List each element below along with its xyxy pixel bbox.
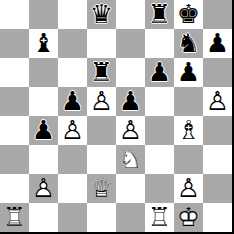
- square-h6[interactable]: [203, 58, 232, 87]
- black-pawn: ♟: [203, 29, 232, 58]
- square-h3[interactable]: [203, 145, 232, 174]
- black-rook: ♜: [145, 0, 174, 29]
- white-rook-outline: ♖: [0, 203, 29, 232]
- black-knight: ♞: [174, 29, 203, 58]
- square-e2[interactable]: [116, 174, 145, 203]
- square-f6[interactable]: ♟: [145, 58, 174, 87]
- white-pawn: ♟♙: [203, 87, 232, 116]
- square-b8[interactable]: [29, 0, 58, 29]
- square-g2[interactable]: ♟♙: [174, 174, 203, 203]
- square-g7[interactable]: ♞: [174, 29, 203, 58]
- square-a3[interactable]: [0, 145, 29, 174]
- square-h4[interactable]: [203, 116, 232, 145]
- square-e5[interactable]: ♟: [116, 87, 145, 116]
- square-g4[interactable]: ♝♗: [174, 116, 203, 145]
- white-pawn-outline: ♙: [203, 87, 232, 116]
- square-a4[interactable]: [0, 116, 29, 145]
- square-d5[interactable]: ♟♙: [87, 87, 116, 116]
- white-king: ♚♔: [174, 203, 203, 232]
- white-rook: ♜♖: [145, 203, 174, 232]
- white-rook-fill: ♜: [145, 203, 174, 232]
- white-bishop: ♝♗: [174, 116, 203, 145]
- square-f2[interactable]: [145, 174, 174, 203]
- white-queen-fill: ♛: [87, 174, 116, 203]
- white-bishop-fill: ♝: [174, 116, 203, 145]
- black-pawn: ♟: [174, 58, 203, 87]
- black-rook: ♜: [87, 58, 116, 87]
- square-d7[interactable]: [87, 29, 116, 58]
- black-king-glyph: ♚: [174, 0, 203, 29]
- white-pawn-outline: ♙: [58, 116, 87, 145]
- white-rook-outline: ♖: [145, 203, 174, 232]
- square-b7[interactable]: ♝: [29, 29, 58, 58]
- white-bishop-outline: ♗: [174, 116, 203, 145]
- black-pawn-glyph: ♟: [58, 87, 87, 116]
- square-b5[interactable]: [29, 87, 58, 116]
- square-b1[interactable]: [29, 203, 58, 232]
- square-d1[interactable]: [87, 203, 116, 232]
- white-king-fill: ♚: [174, 203, 203, 232]
- chess-board: ♛♜♚♝♞♟♜♟♟♟♟♙♟♟♙♟♟♙♟♙♝♗♞♘♟♙♛♕♟♙♜♖♜♖♚♔: [0, 0, 234, 234]
- square-f4[interactable]: [145, 116, 174, 145]
- white-knight-fill: ♞: [116, 145, 145, 174]
- square-h8[interactable]: [203, 0, 232, 29]
- black-pawn-glyph: ♟: [174, 58, 203, 87]
- square-c1[interactable]: [58, 203, 87, 232]
- black-pawn: ♟: [145, 58, 174, 87]
- square-a1[interactable]: ♜♖: [0, 203, 29, 232]
- black-bishop-glyph: ♝: [29, 29, 58, 58]
- square-d4[interactable]: [87, 116, 116, 145]
- black-pawn-glyph: ♟: [203, 29, 232, 58]
- white-pawn: ♟♙: [174, 174, 203, 203]
- black-queen-glyph: ♛: [87, 0, 116, 29]
- square-d3[interactable]: [87, 145, 116, 174]
- white-pawn-fill: ♟: [87, 87, 116, 116]
- white-rook-fill: ♜: [0, 203, 29, 232]
- square-e8[interactable]: [116, 0, 145, 29]
- black-pawn-glyph: ♟: [145, 58, 174, 87]
- black-pawn-glyph: ♟: [29, 116, 58, 145]
- square-e3[interactable]: ♞♘: [116, 145, 145, 174]
- black-pawn: ♟: [58, 87, 87, 116]
- square-e4[interactable]: ♟♙: [116, 116, 145, 145]
- white-pawn-outline: ♙: [29, 174, 58, 203]
- square-a7[interactable]: [0, 29, 29, 58]
- square-c8[interactable]: [58, 0, 87, 29]
- square-d2[interactable]: ♛♕: [87, 174, 116, 203]
- square-e1[interactable]: [116, 203, 145, 232]
- white-pawn: ♟♙: [116, 116, 145, 145]
- black-queen: ♛: [87, 0, 116, 29]
- black-pawn: ♟: [116, 87, 145, 116]
- white-pawn-fill: ♟: [203, 87, 232, 116]
- square-d6[interactable]: ♜: [87, 58, 116, 87]
- white-pawn-fill: ♟: [174, 174, 203, 203]
- white-pawn: ♟♙: [58, 116, 87, 145]
- black-rook-glyph: ♜: [87, 58, 116, 87]
- square-c4[interactable]: ♟♙: [58, 116, 87, 145]
- white-pawn-outline: ♙: [174, 174, 203, 203]
- square-c2[interactable]: [58, 174, 87, 203]
- square-c3[interactable]: [58, 145, 87, 174]
- white-pawn-fill: ♟: [29, 174, 58, 203]
- square-f3[interactable]: [145, 145, 174, 174]
- square-b2[interactable]: ♟♙: [29, 174, 58, 203]
- square-f8[interactable]: ♜: [145, 0, 174, 29]
- white-queen-outline: ♕: [87, 174, 116, 203]
- white-pawn-fill: ♟: [116, 116, 145, 145]
- white-rook: ♜♖: [0, 203, 29, 232]
- square-e6[interactable]: [116, 58, 145, 87]
- square-c7[interactable]: [58, 29, 87, 58]
- square-a5[interactable]: [0, 87, 29, 116]
- square-g8[interactable]: ♚: [174, 0, 203, 29]
- white-king-outline: ♔: [174, 203, 203, 232]
- white-pawn-outline: ♙: [87, 87, 116, 116]
- black-pawn-glyph: ♟: [116, 87, 145, 116]
- black-bishop: ♝: [29, 29, 58, 58]
- square-a6[interactable]: [0, 58, 29, 87]
- square-b4[interactable]: ♟: [29, 116, 58, 145]
- square-g6[interactable]: ♟: [174, 58, 203, 87]
- square-a2[interactable]: [0, 174, 29, 203]
- square-h1[interactable]: [203, 203, 232, 232]
- square-h2[interactable]: [203, 174, 232, 203]
- square-c6[interactable]: [58, 58, 87, 87]
- square-f5[interactable]: [145, 87, 174, 116]
- square-h7[interactable]: ♟: [203, 29, 232, 58]
- square-g1[interactable]: ♚♔: [174, 203, 203, 232]
- black-rook-glyph: ♜: [145, 0, 174, 29]
- square-g5[interactable]: [174, 87, 203, 116]
- white-pawn: ♟♙: [87, 87, 116, 116]
- black-king: ♚: [174, 0, 203, 29]
- square-f7[interactable]: [145, 29, 174, 58]
- white-queen: ♛♕: [87, 174, 116, 203]
- square-b3[interactable]: [29, 145, 58, 174]
- square-a8[interactable]: [0, 0, 29, 29]
- black-pawn: ♟: [29, 116, 58, 145]
- square-e7[interactable]: [116, 29, 145, 58]
- white-knight-outline: ♘: [116, 145, 145, 174]
- square-b6[interactable]: [29, 58, 58, 87]
- square-c5[interactable]: ♟: [58, 87, 87, 116]
- square-h5[interactable]: ♟♙: [203, 87, 232, 116]
- white-pawn: ♟♙: [29, 174, 58, 203]
- square-d8[interactable]: ♛: [87, 0, 116, 29]
- white-pawn-fill: ♟: [58, 116, 87, 145]
- chess-board-grid: ♛♜♚♝♞♟♜♟♟♟♟♙♟♟♙♟♟♙♟♙♝♗♞♘♟♙♛♕♟♙♜♖♜♖♚♔: [0, 0, 232, 232]
- square-g3[interactable]: [174, 145, 203, 174]
- square-f1[interactable]: ♜♖: [145, 203, 174, 232]
- white-knight: ♞♘: [116, 145, 145, 174]
- white-pawn-outline: ♙: [116, 116, 145, 145]
- black-knight-glyph: ♞: [174, 29, 203, 58]
